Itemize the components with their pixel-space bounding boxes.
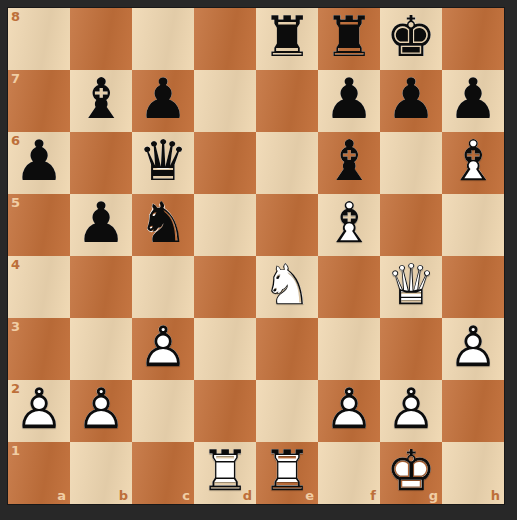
piece-black-king-g8[interactable]: ♔♚ xyxy=(380,8,442,70)
square-e6[interactable] xyxy=(256,132,318,194)
rank-label-7: 7 xyxy=(11,72,20,85)
square-d1[interactable]: d♜♖ xyxy=(194,442,256,504)
square-g3[interactable] xyxy=(380,318,442,380)
piece-white-knight-e4[interactable]: ♞♘ xyxy=(256,256,318,318)
square-g6[interactable] xyxy=(380,132,442,194)
square-g1[interactable]: g♚♔ xyxy=(380,442,442,504)
square-c5[interactable]: ♘♞ xyxy=(132,194,194,256)
piece-glyph-over: ♙ xyxy=(318,378,380,440)
square-c6[interactable]: ♕♛ xyxy=(132,132,194,194)
square-a7[interactable]: 7 xyxy=(8,70,70,132)
piece-white-pawn-a2[interactable]: ♟♙ xyxy=(8,380,70,442)
square-c1[interactable]: c xyxy=(132,442,194,504)
square-h2[interactable] xyxy=(442,380,504,442)
piece-glyph-over: ♖ xyxy=(194,440,256,502)
square-d2[interactable] xyxy=(194,380,256,442)
piece-white-bishop-h6[interactable]: ♝♗ xyxy=(442,132,504,194)
chess-board: 8♖♜♖♜♔♚7♗♝♙♟♙♟♙♟♙♟6♙♟♕♛♗♝♝♗5♙♟♘♞♝♗4♞♘♛♕3… xyxy=(8,8,504,504)
piece-glyph-over: ♙ xyxy=(8,378,70,440)
piece-glyph-over: ♔ xyxy=(380,440,442,502)
piece-white-bishop-f5[interactable]: ♝♗ xyxy=(318,194,380,256)
square-g4[interactable]: ♛♕ xyxy=(380,256,442,318)
piece-white-pawn-b2[interactable]: ♟♙ xyxy=(70,380,132,442)
piece-black-pawn-c7[interactable]: ♙♟ xyxy=(132,70,194,132)
square-e7[interactable] xyxy=(256,70,318,132)
piece-glyph-over: ♜ xyxy=(256,6,318,68)
piece-glyph-over: ♖ xyxy=(256,440,318,502)
square-b8[interactable] xyxy=(70,8,132,70)
square-d3[interactable] xyxy=(194,318,256,380)
piece-black-pawn-b5[interactable]: ♙♟ xyxy=(70,194,132,256)
square-c3[interactable]: ♟♙ xyxy=(132,318,194,380)
piece-black-pawn-h7[interactable]: ♙♟ xyxy=(442,70,504,132)
chess-board-frame: 8♖♜♖♜♔♚7♗♝♙♟♙♟♙♟♙♟6♙♟♕♛♗♝♝♗5♙♟♘♞♝♗4♞♘♛♕3… xyxy=(0,0,517,520)
piece-glyph-over: ♙ xyxy=(70,378,132,440)
piece-white-queen-g4[interactable]: ♛♕ xyxy=(380,256,442,318)
piece-glyph-over: ♛ xyxy=(132,130,194,192)
square-h1[interactable]: h xyxy=(442,442,504,504)
rank-label-1: 1 xyxy=(11,444,20,457)
square-c7[interactable]: ♙♟ xyxy=(132,70,194,132)
file-label-h: h xyxy=(491,489,500,502)
file-label-c: c xyxy=(182,489,190,502)
square-d6[interactable] xyxy=(194,132,256,194)
piece-glyph-over: ♝ xyxy=(318,130,380,192)
square-d5[interactable] xyxy=(194,194,256,256)
square-b5[interactable]: ♙♟ xyxy=(70,194,132,256)
square-g8[interactable]: ♔♚ xyxy=(380,8,442,70)
rank-label-5: 5 xyxy=(11,196,20,209)
square-c2[interactable] xyxy=(132,380,194,442)
piece-white-rook-e1[interactable]: ♜♖ xyxy=(256,442,318,504)
piece-glyph-over: ♜ xyxy=(318,6,380,68)
square-e3[interactable] xyxy=(256,318,318,380)
piece-glyph-over: ♘ xyxy=(256,254,318,316)
square-a6[interactable]: 6♙♟ xyxy=(8,132,70,194)
piece-glyph-over: ♗ xyxy=(318,192,380,254)
piece-black-pawn-a6[interactable]: ♙♟ xyxy=(8,132,70,194)
file-label-b: b xyxy=(119,489,128,502)
square-h3[interactable]: ♟♙ xyxy=(442,318,504,380)
square-d4[interactable] xyxy=(194,256,256,318)
square-h5[interactable] xyxy=(442,194,504,256)
square-f2[interactable]: ♟♙ xyxy=(318,380,380,442)
rank-label-8: 8 xyxy=(11,10,20,23)
square-b7[interactable]: ♗♝ xyxy=(70,70,132,132)
piece-white-pawn-f2[interactable]: ♟♙ xyxy=(318,380,380,442)
piece-glyph-over: ♟ xyxy=(70,192,132,254)
square-a2[interactable]: 2♟♙ xyxy=(8,380,70,442)
piece-black-pawn-g7[interactable]: ♙♟ xyxy=(380,70,442,132)
rank-label-3: 3 xyxy=(11,320,20,333)
square-f4[interactable] xyxy=(318,256,380,318)
piece-glyph-over: ♟ xyxy=(132,68,194,130)
piece-black-bishop-f6[interactable]: ♗♝ xyxy=(318,132,380,194)
square-h6[interactable]: ♝♗ xyxy=(442,132,504,194)
square-b3[interactable] xyxy=(70,318,132,380)
square-b6[interactable] xyxy=(70,132,132,194)
square-c8[interactable] xyxy=(132,8,194,70)
piece-glyph-over: ♕ xyxy=(380,254,442,316)
square-f6[interactable]: ♗♝ xyxy=(318,132,380,194)
piece-black-rook-e8[interactable]: ♖♜ xyxy=(256,8,318,70)
piece-black-queen-c6[interactable]: ♕♛ xyxy=(132,132,194,194)
square-f1[interactable]: f xyxy=(318,442,380,504)
file-label-f: f xyxy=(370,489,376,502)
piece-black-bishop-b7[interactable]: ♗♝ xyxy=(70,70,132,132)
square-h4[interactable] xyxy=(442,256,504,318)
piece-white-pawn-c3[interactable]: ♟♙ xyxy=(132,318,194,380)
square-e4[interactable]: ♞♘ xyxy=(256,256,318,318)
piece-glyph-over: ♙ xyxy=(442,316,504,378)
square-e1[interactable]: e♜♖ xyxy=(256,442,318,504)
piece-glyph-over: ♙ xyxy=(132,316,194,378)
piece-black-rook-f8[interactable]: ♖♜ xyxy=(318,8,380,70)
square-e8[interactable]: ♖♜ xyxy=(256,8,318,70)
file-label-a: a xyxy=(57,489,66,502)
square-d8[interactable] xyxy=(194,8,256,70)
piece-white-king-g1[interactable]: ♚♔ xyxy=(380,442,442,504)
piece-white-pawn-h3[interactable]: ♟♙ xyxy=(442,318,504,380)
square-g5[interactable] xyxy=(380,194,442,256)
piece-glyph-over: ♟ xyxy=(442,68,504,130)
piece-glyph-over: ♟ xyxy=(380,68,442,130)
square-e5[interactable] xyxy=(256,194,318,256)
piece-black-knight-c5[interactable]: ♘♞ xyxy=(132,194,194,256)
square-a1[interactable]: 1a xyxy=(8,442,70,504)
square-a8[interactable]: 8 xyxy=(8,8,70,70)
square-g7[interactable]: ♙♟ xyxy=(380,70,442,132)
piece-black-pawn-f7[interactable]: ♙♟ xyxy=(318,70,380,132)
square-h7[interactable]: ♙♟ xyxy=(442,70,504,132)
square-f8[interactable]: ♖♜ xyxy=(318,8,380,70)
square-b2[interactable]: ♟♙ xyxy=(70,380,132,442)
piece-white-pawn-g2[interactable]: ♟♙ xyxy=(380,380,442,442)
square-g2[interactable]: ♟♙ xyxy=(380,380,442,442)
square-a5[interactable]: 5 xyxy=(8,194,70,256)
square-f3[interactable] xyxy=(318,318,380,380)
piece-glyph-over: ♝ xyxy=(70,68,132,130)
square-b4[interactable] xyxy=(70,256,132,318)
piece-white-rook-d1[interactable]: ♜♖ xyxy=(194,442,256,504)
square-h8[interactable] xyxy=(442,8,504,70)
rank-label-4: 4 xyxy=(11,258,20,271)
square-a4[interactable]: 4 xyxy=(8,256,70,318)
piece-glyph-over: ♟ xyxy=(318,68,380,130)
piece-glyph-over: ♟ xyxy=(8,130,70,192)
square-f5[interactable]: ♝♗ xyxy=(318,194,380,256)
piece-glyph-over: ♙ xyxy=(380,378,442,440)
piece-glyph-over: ♚ xyxy=(380,6,442,68)
square-a3[interactable]: 3 xyxy=(8,318,70,380)
piece-glyph-over: ♗ xyxy=(442,130,504,192)
piece-glyph-over: ♞ xyxy=(132,192,194,254)
square-b1[interactable]: b xyxy=(70,442,132,504)
square-e2[interactable] xyxy=(256,380,318,442)
square-d7[interactable] xyxy=(194,70,256,132)
square-f7[interactable]: ♙♟ xyxy=(318,70,380,132)
square-c4[interactable] xyxy=(132,256,194,318)
